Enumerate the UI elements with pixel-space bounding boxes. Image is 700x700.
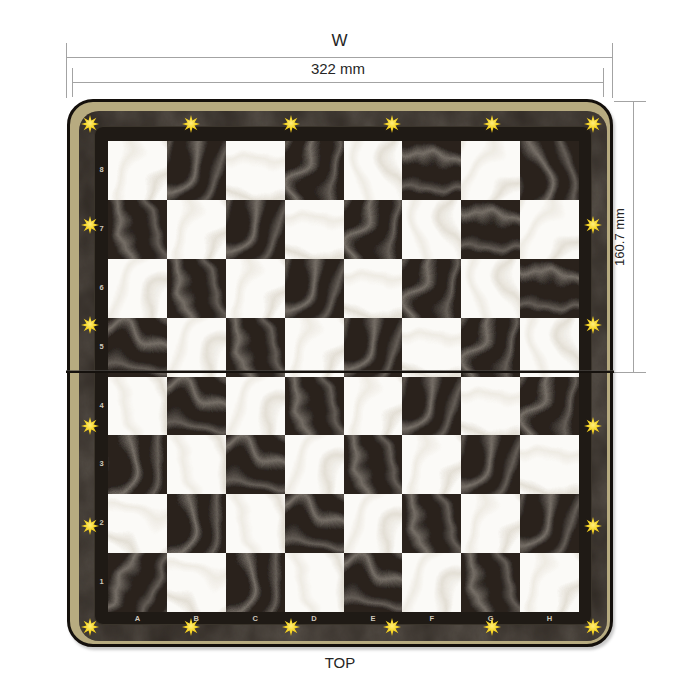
square-a7[interactable] <box>108 200 167 259</box>
file-label-f: F <box>402 612 461 626</box>
square-e8[interactable] <box>344 141 403 200</box>
square-c8[interactable] <box>226 141 285 200</box>
star-icon <box>382 617 402 637</box>
file-labels: ABCDEFGH <box>108 612 579 626</box>
dimension-extension-height-top <box>614 101 646 102</box>
square-c4[interactable] <box>226 377 285 436</box>
rank-label-1: 1 <box>95 553 108 612</box>
square-d2[interactable] <box>285 494 344 553</box>
square-f7[interactable] <box>402 200 461 259</box>
square-d3[interactable] <box>285 435 344 494</box>
square-b2[interactable] <box>167 494 226 553</box>
dimension-width-value: 322 mm <box>72 60 604 77</box>
square-h6[interactable] <box>520 259 579 318</box>
square-h7[interactable] <box>520 200 579 259</box>
square-d7[interactable] <box>285 200 344 259</box>
star-icon <box>583 416 603 436</box>
star-icon <box>80 416 100 436</box>
square-f8[interactable] <box>402 141 461 200</box>
square-b3[interactable] <box>167 435 226 494</box>
file-label-c: C <box>226 612 285 626</box>
square-g2[interactable] <box>461 494 520 553</box>
square-h4[interactable] <box>520 377 579 436</box>
square-f3[interactable] <box>402 435 461 494</box>
square-e4[interactable] <box>344 377 403 436</box>
square-c1[interactable] <box>226 553 285 612</box>
square-g4[interactable] <box>461 377 520 436</box>
square-f5[interactable] <box>402 318 461 377</box>
square-h8[interactable] <box>520 141 579 200</box>
dimension-extension-322-right <box>603 68 604 97</box>
dimension-line-w <box>66 57 613 58</box>
dimension-line-height <box>633 101 634 372</box>
square-d5[interactable] <box>285 318 344 377</box>
square-a4[interactable] <box>108 377 167 436</box>
star-icon <box>583 215 603 235</box>
square-e1[interactable] <box>344 553 403 612</box>
rank-labels: 87654321 <box>95 141 108 612</box>
file-label-a: A <box>108 612 167 626</box>
rank-label-3: 3 <box>95 435 108 494</box>
square-b8[interactable] <box>167 141 226 200</box>
star-icon <box>281 114 301 134</box>
square-h5[interactable] <box>520 318 579 377</box>
square-f1[interactable] <box>402 553 461 612</box>
square-h3[interactable] <box>520 435 579 494</box>
square-e7[interactable] <box>344 200 403 259</box>
square-a5[interactable] <box>108 318 167 377</box>
square-a1[interactable] <box>108 553 167 612</box>
square-a2[interactable] <box>108 494 167 553</box>
square-e2[interactable] <box>344 494 403 553</box>
chessboard: 87654321 ABCDEFGH <box>67 99 613 647</box>
star-icon <box>80 617 100 637</box>
dimension-line-322 <box>72 82 604 83</box>
square-h2[interactable] <box>520 494 579 553</box>
star-icon <box>181 114 201 134</box>
square-a6[interactable] <box>108 259 167 318</box>
dimension-extension-w-right <box>612 43 613 98</box>
square-c2[interactable] <box>226 494 285 553</box>
dimension-extension-w-left <box>66 43 67 98</box>
square-b6[interactable] <box>167 259 226 318</box>
square-b1[interactable] <box>167 553 226 612</box>
square-c3[interactable] <box>226 435 285 494</box>
square-g1[interactable] <box>461 553 520 612</box>
star-icon <box>80 215 100 235</box>
square-a8[interactable] <box>108 141 167 200</box>
square-g5[interactable] <box>461 318 520 377</box>
star-icon <box>583 114 603 134</box>
dimension-extension-height-bottom <box>614 372 646 373</box>
square-c6[interactable] <box>226 259 285 318</box>
square-g6[interactable] <box>461 259 520 318</box>
star-icon <box>80 516 100 536</box>
star-icon <box>80 315 100 335</box>
rank-label-6: 6 <box>95 259 108 318</box>
star-icon <box>382 114 402 134</box>
square-a3[interactable] <box>108 435 167 494</box>
diagram-canvas: W 322 mm 160.7 mm <box>0 0 700 700</box>
square-f6[interactable] <box>402 259 461 318</box>
board-grid <box>108 141 579 612</box>
dimension-extension-322-left <box>72 68 73 97</box>
star-icon <box>482 114 502 134</box>
dimension-width-symbol: W <box>66 31 613 51</box>
fold-seam <box>66 370 614 373</box>
square-d1[interactable] <box>285 553 344 612</box>
square-g3[interactable] <box>461 435 520 494</box>
square-d4[interactable] <box>285 377 344 436</box>
star-icon <box>583 516 603 536</box>
square-f2[interactable] <box>402 494 461 553</box>
star-icon <box>583 617 603 637</box>
square-d8[interactable] <box>285 141 344 200</box>
square-b7[interactable] <box>167 200 226 259</box>
star-icon <box>583 315 603 335</box>
square-g8[interactable] <box>461 141 520 200</box>
square-g7[interactable] <box>461 200 520 259</box>
square-e6[interactable] <box>344 259 403 318</box>
square-b4[interactable] <box>167 377 226 436</box>
star-icon <box>181 617 201 637</box>
bottom-label-top: TOP <box>67 654 613 671</box>
star-icon <box>281 617 301 637</box>
star-icon <box>482 617 502 637</box>
square-c7[interactable] <box>226 200 285 259</box>
square-e5[interactable] <box>344 318 403 377</box>
star-icon <box>80 114 100 134</box>
square-f4[interactable] <box>402 377 461 436</box>
square-d6[interactable] <box>285 259 344 318</box>
square-e3[interactable] <box>344 435 403 494</box>
square-b5[interactable] <box>167 318 226 377</box>
rank-label-8: 8 <box>95 141 108 200</box>
square-c5[interactable] <box>226 318 285 377</box>
file-label-h: H <box>520 612 579 626</box>
dimension-height-value: 160.7 mm <box>612 197 628 277</box>
square-h1[interactable] <box>520 553 579 612</box>
playing-panel: 87654321 ABCDEFGH <box>94 126 592 625</box>
